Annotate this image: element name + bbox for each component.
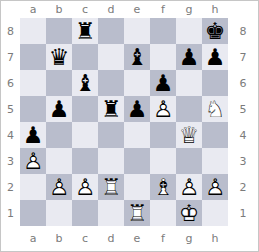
- white-pawn[interactable]: ♙: [72, 174, 98, 200]
- file-labels-bottom: abcdefgh: [20, 226, 258, 251]
- square-g8[interactable]: [176, 18, 202, 44]
- square-d2[interactable]: ♜♖: [98, 174, 124, 200]
- rank-label-6: 6: [1, 78, 20, 89]
- white-pawn[interactable]: ♙: [176, 174, 202, 200]
- square-h3[interactable]: [202, 148, 228, 174]
- black-pawn[interactable]: ♟: [150, 70, 176, 96]
- black-pawn[interactable]: ♟: [46, 96, 72, 122]
- black-rook[interactable]: ♜: [98, 96, 124, 122]
- square-d8[interactable]: [98, 18, 124, 44]
- white-bishop[interactable]: ♗: [150, 174, 176, 200]
- square-e5[interactable]: ♟: [124, 96, 150, 122]
- white-rook[interactable]: ♖: [98, 174, 124, 200]
- square-g4[interactable]: ♛♕: [176, 122, 202, 148]
- square-d1[interactable]: [98, 200, 124, 226]
- square-d7[interactable]: [98, 44, 124, 70]
- white-pawn[interactable]: ♙: [202, 174, 228, 200]
- square-h2[interactable]: ♟♙: [202, 174, 228, 200]
- square-a5[interactable]: [20, 96, 46, 122]
- file-label-e: e: [124, 233, 150, 244]
- square-e8[interactable]: [124, 18, 150, 44]
- square-d6[interactable]: [98, 70, 124, 96]
- rank-label-3: 3: [1, 156, 20, 167]
- rank-label-7: 7: [1, 52, 20, 63]
- file-label-d: d: [98, 233, 124, 244]
- rank-labels-right: 87654321: [228, 18, 258, 226]
- square-f7[interactable]: [150, 44, 176, 70]
- black-bishop[interactable]: ♝: [124, 44, 150, 70]
- square-c8[interactable]: ♜: [72, 18, 98, 44]
- square-d5[interactable]: ♜: [98, 96, 124, 122]
- file-label-f: f: [150, 4, 176, 15]
- rank-label-2: 2: [228, 182, 258, 193]
- square-a7[interactable]: [20, 44, 46, 70]
- square-e7[interactable]: ♝: [124, 44, 150, 70]
- white-pawn[interactable]: ♙: [46, 174, 72, 200]
- square-f4[interactable]: [150, 122, 176, 148]
- square-c6[interactable]: ♝: [72, 70, 98, 96]
- black-bishop[interactable]: ♝: [72, 70, 98, 96]
- square-a6[interactable]: [20, 70, 46, 96]
- square-b2[interactable]: ♟♙: [46, 174, 72, 200]
- square-f2[interactable]: ♝♗: [150, 174, 176, 200]
- square-d3[interactable]: [98, 148, 124, 174]
- square-b4[interactable]: [46, 122, 72, 148]
- black-rook[interactable]: ♜: [72, 18, 98, 44]
- square-b3[interactable]: [46, 148, 72, 174]
- square-e3[interactable]: [124, 148, 150, 174]
- rank-label-1: 1: [1, 208, 20, 219]
- square-a3[interactable]: ♟♙: [20, 148, 46, 174]
- file-label-e: e: [124, 4, 150, 15]
- file-label-a: a: [20, 233, 46, 244]
- square-a4[interactable]: ♟: [20, 122, 46, 148]
- square-c3[interactable]: [72, 148, 98, 174]
- rank-label-4: 4: [228, 130, 258, 141]
- square-b6[interactable]: [46, 70, 72, 96]
- square-f3[interactable]: [150, 148, 176, 174]
- square-h5[interactable]: ♞♘: [202, 96, 228, 122]
- square-g7[interactable]: ♟: [176, 44, 202, 70]
- square-b8[interactable]: [46, 18, 72, 44]
- square-h1[interactable]: [202, 200, 228, 226]
- square-h4[interactable]: [202, 122, 228, 148]
- square-g6[interactable]: [176, 70, 202, 96]
- square-a2[interactable]: [20, 174, 46, 200]
- square-h8[interactable]: ♚: [202, 18, 228, 44]
- square-c7[interactable]: [72, 44, 98, 70]
- rank-label-4: 4: [1, 130, 20, 141]
- black-king[interactable]: ♚: [202, 18, 228, 44]
- square-e6[interactable]: [124, 70, 150, 96]
- square-d4[interactable]: [98, 122, 124, 148]
- square-e4[interactable]: [124, 122, 150, 148]
- square-f1[interactable]: [150, 200, 176, 226]
- square-b5[interactable]: ♟: [46, 96, 72, 122]
- rank-label-7: 7: [228, 52, 258, 63]
- square-b7[interactable]: ♛: [46, 44, 72, 70]
- white-knight[interactable]: ♘: [202, 96, 228, 122]
- rank-label-1: 1: [228, 208, 258, 219]
- black-queen[interactable]: ♛: [46, 44, 72, 70]
- rank-label-8: 8: [228, 26, 258, 37]
- black-pawn[interactable]: ♟: [176, 44, 202, 70]
- file-label-d: d: [98, 4, 124, 15]
- square-g1[interactable]: ♚♔: [176, 200, 202, 226]
- square-h6[interactable]: [202, 70, 228, 96]
- file-label-f: f: [150, 233, 176, 244]
- chess-diagram: abcdefgh 87654321 ♜♚♛♝♟♟♝♟♟♜♟♟♙♞♘♟♛♕♟♙♟♙…: [0, 0, 259, 252]
- file-label-h: h: [202, 233, 228, 244]
- square-a1[interactable]: [20, 200, 46, 226]
- black-pawn[interactable]: ♟: [202, 44, 228, 70]
- square-c4[interactable]: [72, 122, 98, 148]
- square-b1[interactable]: [46, 200, 72, 226]
- white-pawn[interactable]: ♙: [20, 148, 46, 174]
- white-king[interactable]: ♔: [176, 200, 202, 226]
- square-f6[interactable]: ♟: [150, 70, 176, 96]
- square-h7[interactable]: ♟: [202, 44, 228, 70]
- rank-label-6: 6: [228, 78, 258, 89]
- rank-label-8: 8: [1, 26, 20, 37]
- white-pawn[interactable]: ♙: [150, 96, 176, 122]
- square-f8[interactable]: [150, 18, 176, 44]
- white-rook[interactable]: ♖: [124, 200, 150, 226]
- file-label-b: b: [46, 4, 72, 15]
- square-a8[interactable]: [20, 18, 46, 44]
- square-g5[interactable]: [176, 96, 202, 122]
- square-c5[interactable]: [72, 96, 98, 122]
- square-g2[interactable]: ♟♙: [176, 174, 202, 200]
- file-label-h: h: [202, 4, 228, 15]
- black-pawn[interactable]: ♟: [20, 122, 46, 148]
- black-pawn[interactable]: ♟: [124, 96, 150, 122]
- rank-labels-left: 87654321: [1, 18, 20, 226]
- rank-label-2: 2: [1, 182, 20, 193]
- file-label-c: c: [72, 233, 98, 244]
- square-c2[interactable]: ♟♙: [72, 174, 98, 200]
- file-label-g: g: [176, 4, 202, 15]
- chess-board: ♜♚♛♝♟♟♝♟♟♜♟♟♙♞♘♟♛♕♟♙♟♙♟♙♜♖♝♗♟♙♟♙♜♖♚♔: [20, 18, 228, 226]
- rank-label-3: 3: [228, 156, 258, 167]
- white-queen[interactable]: ♕: [176, 122, 202, 148]
- rank-label-5: 5: [228, 104, 258, 115]
- file-label-g: g: [176, 233, 202, 244]
- file-label-b: b: [46, 233, 72, 244]
- file-label-c: c: [72, 4, 98, 15]
- square-e1[interactable]: ♜♖: [124, 200, 150, 226]
- square-f5[interactable]: ♟♙: [150, 96, 176, 122]
- square-c1[interactable]: [72, 200, 98, 226]
- rank-label-5: 5: [1, 104, 20, 115]
- file-label-a: a: [20, 4, 46, 15]
- file-labels-top: abcdefgh: [20, 1, 258, 18]
- square-g3[interactable]: [176, 148, 202, 174]
- square-e2[interactable]: [124, 174, 150, 200]
